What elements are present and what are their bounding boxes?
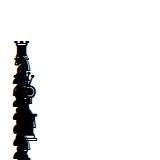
board-row: ♝♟♟♝ bbox=[10, 84, 150, 95]
board-square[interactable]: ♜ bbox=[10, 106, 150, 150]
product-photo-stage: ♜♟♟♜♞♟♟♞♝♟♟♝♛♟♟♛♚♟♟♚♝♟♟♝♞♟♟♞♜♟♟♜ bbox=[0, 0, 160, 160]
board-square[interactable]: ♟ bbox=[10, 150, 150, 160]
board-row: ♚♟♟♚ bbox=[10, 74, 150, 84]
blue-rook-piece[interactable]: ♜ bbox=[10, 106, 43, 150]
board-row: ♝♟♟♝ bbox=[10, 54, 150, 64]
chess-board: ♜♟♟♜♞♟♟♞♝♟♟♝♛♟♟♛♚♟♟♚♝♟♟♝♞♟♟♞♜♟♟♜ bbox=[10, 36, 150, 118]
board-row: ♜♟♟♜ bbox=[10, 106, 150, 118]
board-row: ♞♟♟♞ bbox=[10, 45, 150, 54]
board-grid: ♜♟♟♜♞♟♟♞♝♟♟♝♛♟♟♛♚♟♟♚♝♟♟♝♞♟♟♞♜♟♟♜ bbox=[10, 36, 150, 118]
board-row: ♜♟♟♜ bbox=[10, 36, 150, 45]
board-row: ♞♟♟♞ bbox=[10, 95, 150, 106]
blue-pawn-piece[interactable]: ♟ bbox=[10, 150, 33, 160]
board-row: ♛♟♟♛ bbox=[10, 64, 150, 74]
